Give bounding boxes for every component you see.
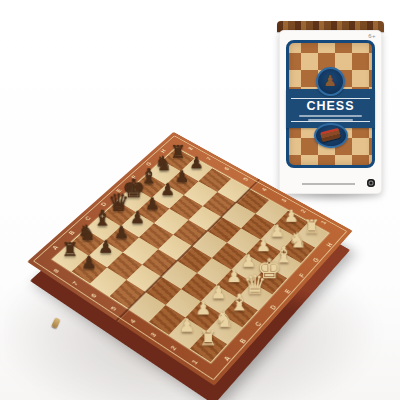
board-scene: AABBCCDDEEFFGGHH8877665544332211 ♜♞♝♛♚♝♞… <box>0 0 400 400</box>
chess-board: AABBCCDDEEFFGGHH8877665544332211 ♜♞♝♛♚♝♞… <box>27 132 353 386</box>
product-photo-stage: 6+ CHESS ♟ <box>0 0 400 400</box>
